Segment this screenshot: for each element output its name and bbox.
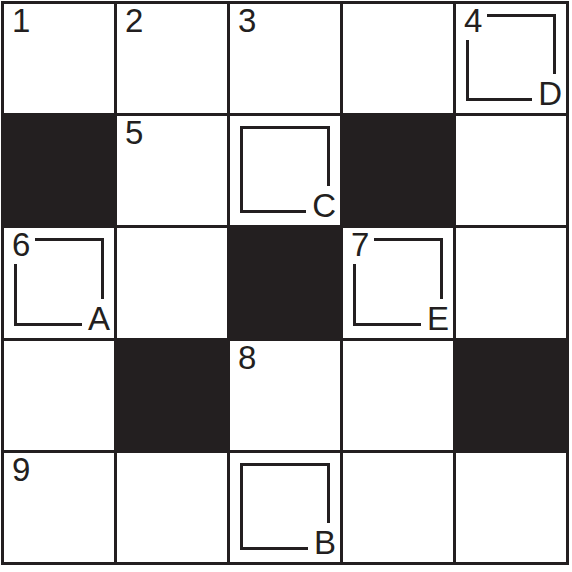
cell-r3c4[interactable]: 7E (343, 228, 453, 337)
cell-letter-label: C (306, 186, 336, 222)
cell-letter-label: D (532, 74, 562, 110)
cell-r3c1[interactable]: 6A (4, 228, 114, 337)
cell-r1c5[interactable]: 4D (456, 4, 566, 113)
clue-number: 3 (238, 4, 261, 40)
cell-r3c2[interactable] (117, 228, 227, 337)
cell-r4c4[interactable] (343, 341, 453, 450)
cell-r1c2[interactable]: 2 (117, 4, 227, 113)
clue-number: 8 (238, 341, 261, 377)
cell-r4c3[interactable]: 8 (230, 341, 340, 450)
cell-r5c3[interactable]: B (230, 453, 340, 562)
cell-r5c1[interactable]: 9 (4, 453, 114, 562)
cell-r2c3[interactable]: C (230, 116, 340, 225)
cell-letter-label: E (421, 299, 449, 335)
cell-letter-label: B (308, 523, 336, 559)
clue-number: 5 (125, 116, 148, 152)
clue-number: 6 (12, 228, 35, 264)
cell-r5c2[interactable] (117, 453, 227, 562)
cell-r5c4[interactable] (343, 453, 453, 562)
cell-r1c4[interactable] (343, 4, 453, 113)
black-cell-r2c4 (343, 116, 453, 225)
cell-r2c2[interactable]: 5 (117, 116, 227, 225)
cell-letter-label: A (82, 299, 110, 335)
cell-r1c3[interactable]: 3 (230, 4, 340, 113)
clue-number: 4 (464, 4, 487, 40)
cell-r4c1[interactable] (4, 341, 114, 450)
black-cell-r4c5 (456, 341, 566, 450)
cell-r2c5[interactable] (456, 116, 566, 225)
black-cell-r2c1 (4, 116, 114, 225)
crossword-screenshot: 1234D5C6A7E89B (0, 0, 572, 572)
clue-number: 2 (125, 4, 148, 40)
black-cell-r3c3 (230, 228, 340, 337)
black-cell-r4c2 (117, 341, 227, 450)
clue-number: 9 (12, 453, 35, 489)
cell-r3c5[interactable] (456, 228, 566, 337)
clue-number: 1 (12, 4, 35, 40)
crossword-board: 1234D5C6A7E89B (1, 1, 569, 565)
cell-r1c1[interactable]: 1 (4, 4, 114, 113)
cell-r5c5[interactable] (456, 453, 566, 562)
clue-number: 7 (351, 228, 374, 264)
